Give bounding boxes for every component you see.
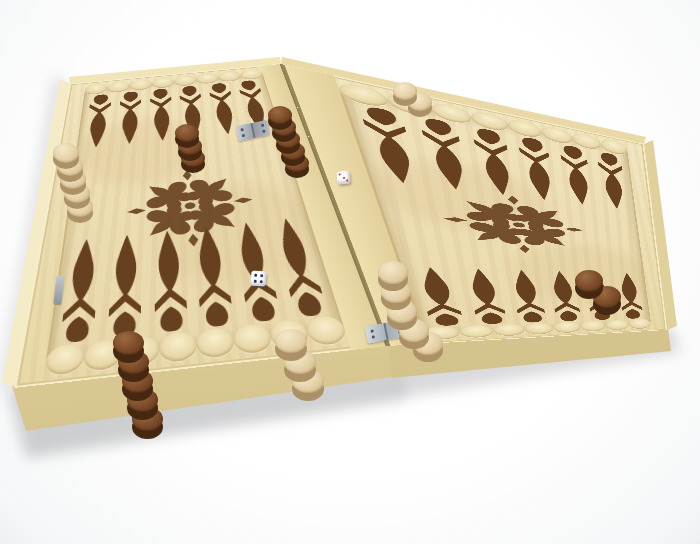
- checker-top: [53, 143, 79, 163]
- point-triangle[interactable]: [80, 92, 115, 150]
- ornament-left: [122, 162, 267, 257]
- checker-top: [268, 106, 292, 124]
- die-pip: [338, 173, 340, 175]
- checker-white[interactable]: [275, 329, 307, 353]
- checker-brown[interactable]: [113, 331, 144, 355]
- checker-top: [575, 270, 603, 292]
- die-pip: [346, 179, 348, 181]
- checker-top: [113, 331, 144, 355]
- checker-brown[interactable]: [575, 270, 603, 292]
- scallop-recess: [628, 318, 651, 329]
- scallop-recess: [492, 323, 526, 336]
- checker-brown[interactable]: [175, 124, 199, 142]
- checker-top: [393, 82, 417, 100]
- scallop-recess: [579, 320, 606, 332]
- checker-top: [175, 124, 199, 142]
- die-pip: [253, 280, 256, 283]
- checker-white[interactable]: [378, 261, 408, 284]
- die-4[interactable]: [250, 270, 266, 286]
- die-pip: [253, 273, 256, 276]
- scallop-recess: [458, 325, 495, 339]
- point-triangle[interactable]: [114, 89, 145, 146]
- backgammon-photo: [0, 0, 700, 544]
- point-triangle[interactable]: [146, 86, 178, 143]
- die-3[interactable]: [336, 170, 350, 184]
- scallop-recess: [44, 343, 85, 377]
- checker-brown[interactable]: [268, 106, 292, 124]
- checker-top: [275, 329, 307, 353]
- scallop-recess: [552, 321, 581, 333]
- checker-white[interactable]: [53, 143, 79, 163]
- die-pip: [260, 280, 263, 283]
- die-pip: [342, 176, 344, 178]
- checker-top: [378, 261, 408, 284]
- checker-white[interactable]: [393, 82, 417, 100]
- scallop-recess: [523, 322, 555, 335]
- die-pip: [260, 273, 263, 276]
- scallop-recess: [605, 319, 630, 330]
